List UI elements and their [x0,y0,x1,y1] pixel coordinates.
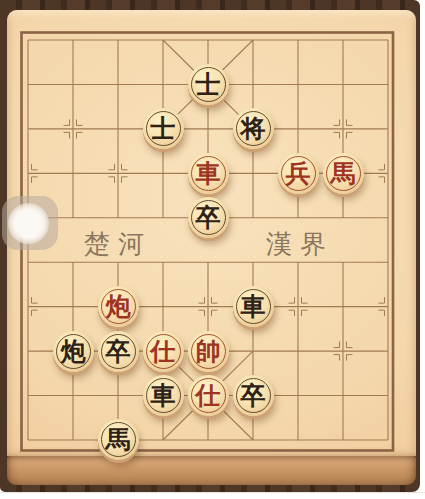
piece-black-soldier[interactable]: 卒 [188,197,229,238]
piece-grid[interactable]: 士士将車兵馬卒炮車炮卒仕帥車仕卒馬 [6,18,411,462]
piece-red-advisor[interactable]: 仕 [188,375,229,416]
piece-black-advisor[interactable]: 士 [188,64,229,105]
red-advisor-glyph: 仕 [196,383,221,408]
piece-red-advisor[interactable]: 仕 [143,331,184,372]
piece-black-soldier[interactable]: 卒 [98,331,139,372]
piece-black-advisor[interactable]: 士 [143,108,184,149]
black-advisor-glyph: 士 [151,116,176,141]
red-horse-glyph: 馬 [331,161,356,186]
assistive-touch-button[interactable] [2,196,58,250]
screen-bottom-strip [0,492,425,499]
black-soldier-glyph: 卒 [241,383,266,408]
black-advisor-glyph: 士 [196,72,221,97]
red-general-glyph: 帥 [196,339,221,364]
piece-red-chariot[interactable]: 車 [188,153,229,194]
piece-black-general[interactable]: 将 [233,108,274,149]
black-soldier-glyph: 卒 [106,339,131,364]
red-cannon-glyph: 炮 [106,294,131,319]
red-soldier-glyph: 兵 [286,161,311,186]
piece-black-soldier[interactable]: 卒 [233,375,274,416]
piece-red-general[interactable]: 帥 [188,331,229,372]
black-horse-glyph: 馬 [106,427,131,452]
piece-black-chariot[interactable]: 車 [233,286,274,327]
black-soldier-glyph: 卒 [196,205,221,230]
assistive-touch-circle-icon [15,210,42,237]
piece-black-cannon[interactable]: 炮 [53,331,94,372]
piece-red-cannon[interactable]: 炮 [98,286,139,327]
black-chariot-glyph: 車 [151,383,176,408]
piece-red-horse[interactable]: 馬 [323,153,364,194]
piece-red-soldier[interactable]: 兵 [278,153,319,194]
black-general-glyph: 将 [241,116,266,141]
xiangqi-app-screen: 楚河 漢界 士士将車兵馬卒炮車炮卒仕帥車仕卒馬 [0,0,425,499]
black-chariot-glyph: 車 [241,294,266,319]
piece-black-chariot[interactable]: 車 [143,375,184,416]
red-advisor-glyph: 仕 [151,339,176,364]
red-chariot-glyph: 車 [196,161,221,186]
black-cannon-glyph: 炮 [61,339,86,364]
piece-black-horse[interactable]: 馬 [98,419,139,460]
